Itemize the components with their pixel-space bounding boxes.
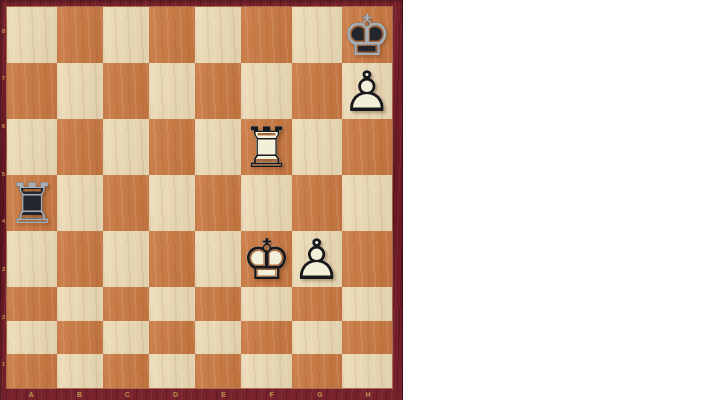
square-b8[interactable] bbox=[57, 7, 103, 63]
square-g1[interactable] bbox=[292, 354, 342, 388]
square-d6[interactable] bbox=[149, 119, 195, 175]
file-label-E: E bbox=[200, 388, 248, 400]
square-h2[interactable] bbox=[342, 321, 392, 355]
square-c3[interactable] bbox=[103, 287, 149, 321]
square-d2[interactable] bbox=[149, 321, 195, 355]
square-c4[interactable] bbox=[103, 231, 149, 287]
square-b6[interactable] bbox=[57, 119, 103, 175]
square-g4[interactable]: ♟♙ bbox=[292, 231, 342, 287]
square-c2[interactable] bbox=[103, 321, 149, 355]
square-d4[interactable] bbox=[149, 231, 195, 287]
square-b4[interactable] bbox=[57, 231, 103, 287]
file-label-B: B bbox=[55, 388, 103, 400]
square-e7[interactable] bbox=[195, 63, 241, 119]
file-label-F: F bbox=[248, 388, 296, 400]
square-c5[interactable] bbox=[103, 175, 149, 231]
rank-label-7: 7 bbox=[0, 55, 7, 103]
square-a8[interactable] bbox=[7, 7, 57, 63]
file-label-H: H bbox=[344, 388, 392, 400]
rank-label-3: 3 bbox=[0, 245, 7, 293]
square-e6[interactable] bbox=[195, 119, 241, 175]
square-h1[interactable] bbox=[342, 354, 392, 388]
square-f2[interactable] bbox=[241, 321, 291, 355]
square-d3[interactable] bbox=[149, 287, 195, 321]
square-c8[interactable] bbox=[103, 7, 149, 63]
square-h3[interactable] bbox=[342, 287, 392, 321]
piece-black-rook-a5[interactable]: ♜♖ bbox=[7, 175, 57, 231]
square-e4[interactable] bbox=[195, 231, 241, 287]
file-label-G: G bbox=[296, 388, 344, 400]
square-f8[interactable] bbox=[241, 7, 291, 63]
square-a3[interactable] bbox=[7, 287, 57, 321]
square-g3[interactable] bbox=[292, 287, 342, 321]
file-label-A: A bbox=[7, 388, 55, 400]
square-a4[interactable] bbox=[7, 231, 57, 287]
square-c7[interactable] bbox=[103, 63, 149, 119]
rank-label-8: 8 bbox=[0, 7, 7, 55]
piece-black-king-h8[interactable]: ♚♔ bbox=[342, 7, 392, 63]
square-c6[interactable] bbox=[103, 119, 149, 175]
square-g7[interactable] bbox=[292, 63, 342, 119]
rank-label-1: 1 bbox=[0, 340, 7, 388]
square-e3[interactable] bbox=[195, 287, 241, 321]
square-a7[interactable] bbox=[7, 63, 57, 119]
file-label-C: C bbox=[103, 388, 151, 400]
square-b1[interactable] bbox=[57, 354, 103, 388]
square-d5[interactable] bbox=[149, 175, 195, 231]
piece-white-king-f4[interactable]: ♚♔ bbox=[241, 231, 291, 287]
square-f4[interactable]: ♚♔ bbox=[241, 231, 291, 287]
square-b5[interactable] bbox=[57, 175, 103, 231]
rank-label-5: 5 bbox=[0, 150, 7, 198]
square-a2[interactable] bbox=[7, 321, 57, 355]
square-a6[interactable] bbox=[7, 119, 57, 175]
square-a5[interactable]: ♜♖ bbox=[7, 175, 57, 231]
square-f3[interactable] bbox=[241, 287, 291, 321]
screenshot: 87654321 ABCDEFGH ♚♔♟♙♜♖♜♖♚♔♟♙ bbox=[0, 0, 720, 400]
chess-board: 87654321 ABCDEFGH ♚♔♟♙♜♖♜♖♚♔♟♙ bbox=[0, 0, 403, 400]
file-label-D: D bbox=[151, 388, 199, 400]
square-f5[interactable] bbox=[241, 175, 291, 231]
square-f1[interactable] bbox=[241, 354, 291, 388]
square-h5[interactable] bbox=[342, 175, 392, 231]
square-g2[interactable] bbox=[292, 321, 342, 355]
square-d1[interactable] bbox=[149, 354, 195, 388]
square-b7[interactable] bbox=[57, 63, 103, 119]
square-h8[interactable]: ♚♔ bbox=[342, 7, 392, 63]
square-g6[interactable] bbox=[292, 119, 342, 175]
rank-label-2: 2 bbox=[0, 293, 7, 341]
square-a1[interactable] bbox=[7, 354, 57, 388]
rank-labels: 87654321 bbox=[0, 7, 7, 388]
square-h7[interactable]: ♟♙ bbox=[342, 63, 392, 119]
rank-label-6: 6 bbox=[0, 102, 7, 150]
square-h6[interactable] bbox=[342, 119, 392, 175]
square-c1[interactable] bbox=[103, 354, 149, 388]
square-b3[interactable] bbox=[57, 287, 103, 321]
square-e2[interactable] bbox=[195, 321, 241, 355]
square-e5[interactable] bbox=[195, 175, 241, 231]
square-f6[interactable]: ♜♖ bbox=[241, 119, 291, 175]
square-e1[interactable] bbox=[195, 354, 241, 388]
square-d7[interactable] bbox=[149, 63, 195, 119]
file-labels: ABCDEFGH bbox=[7, 388, 392, 400]
square-g8[interactable] bbox=[292, 7, 342, 63]
square-g5[interactable] bbox=[292, 175, 342, 231]
board-grid: ♚♔♟♙♜♖♜♖♚♔♟♙ bbox=[7, 7, 392, 388]
rank-label-4: 4 bbox=[0, 198, 7, 246]
square-d8[interactable] bbox=[149, 7, 195, 63]
piece-white-rook-f6[interactable]: ♜♖ bbox=[241, 119, 291, 175]
piece-white-pawn-h7[interactable]: ♟♙ bbox=[342, 63, 392, 119]
square-e8[interactable] bbox=[195, 7, 241, 63]
square-f7[interactable] bbox=[241, 63, 291, 119]
square-b2[interactable] bbox=[57, 321, 103, 355]
piece-white-pawn-g4[interactable]: ♟♙ bbox=[292, 231, 342, 287]
square-h4[interactable] bbox=[342, 231, 392, 287]
